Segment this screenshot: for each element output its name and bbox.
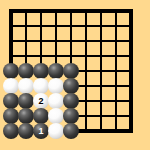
white-stone[interactable] (48, 108, 64, 124)
black-stone-move-1[interactable]: 1 (33, 123, 49, 139)
white-stone[interactable] (48, 93, 64, 109)
black-stone[interactable] (3, 93, 19, 109)
white-stone[interactable] (3, 78, 19, 94)
black-stone[interactable] (63, 93, 79, 109)
black-stone[interactable] (63, 63, 79, 79)
black-stone[interactable] (33, 108, 49, 124)
white-stone[interactable] (48, 123, 64, 139)
grid-line-vertical (115, 13, 117, 129)
black-stone[interactable] (18, 108, 34, 124)
black-stone[interactable] (18, 63, 34, 79)
black-stone[interactable] (18, 93, 34, 109)
grid-line-vertical (85, 13, 87, 129)
black-stone[interactable] (33, 63, 49, 79)
go-board[interactable]: 21 (0, 0, 150, 150)
white-stone[interactable] (48, 78, 64, 94)
black-stone[interactable] (3, 123, 19, 139)
white-stone[interactable] (18, 78, 34, 94)
white-stone-move-2[interactable]: 2 (33, 93, 49, 109)
black-stone[interactable] (18, 123, 34, 139)
white-stone[interactable] (33, 78, 49, 94)
black-stone[interactable] (3, 63, 19, 79)
grid-line-vertical (100, 13, 102, 129)
black-stone[interactable] (3, 108, 19, 124)
black-stone[interactable] (63, 123, 79, 139)
black-stone[interactable] (63, 78, 79, 94)
black-stone[interactable] (48, 63, 64, 79)
black-stone[interactable] (63, 108, 79, 124)
